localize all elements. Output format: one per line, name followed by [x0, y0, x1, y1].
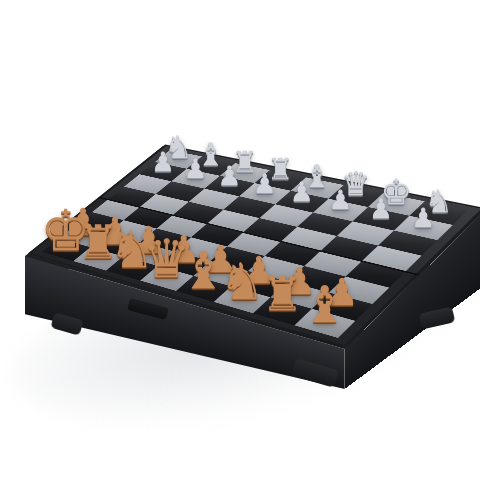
product-photo-stage: ♞♝♜♜♝♛♚♞♟♟♟♟♟♟♟♟♟♟♟♟♟♟♟♟♚♜♞♛♝♞♜♝	[0, 0, 480, 480]
